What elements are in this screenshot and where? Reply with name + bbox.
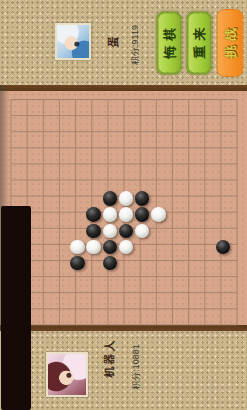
restart-button[interactable]: 重来: [187, 12, 212, 75]
stone-black: [86, 207, 101, 222]
robot-score: 积分:10881: [130, 344, 143, 390]
challenge-button[interactable]: 挑战: [217, 9, 244, 77]
stone-white: [119, 191, 134, 206]
opponent-avatar[interactable]: [55, 23, 91, 60]
stone-white: [70, 240, 85, 255]
app-screen: You must have AdActivity declared in And…: [0, 0, 247, 410]
stone-white: [103, 224, 118, 239]
stone-black: [70, 256, 85, 271]
robot-avatar[interactable]: [46, 352, 88, 397]
opponent-name: 蛋: [106, 35, 121, 48]
stone-white: [86, 240, 101, 255]
ad-warning-toast: You must have AdActivity declared in And…: [1, 206, 31, 410]
robot-name: 机器人: [102, 339, 117, 378]
opponent-score: 积分:9119: [129, 25, 142, 65]
stone-black: [103, 191, 118, 206]
stone-black: [86, 224, 101, 239]
gomoku-board[interactable]: [0, 85, 247, 331]
undo-move-button[interactable]: 悔棋: [157, 12, 182, 75]
stone-white: [103, 207, 118, 222]
stone-white: [151, 207, 166, 222]
